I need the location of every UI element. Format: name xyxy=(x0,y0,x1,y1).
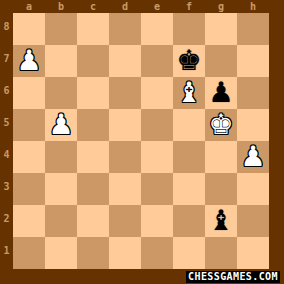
square-e3 xyxy=(141,173,173,205)
square-c3 xyxy=(77,173,109,205)
square-g4 xyxy=(205,141,237,173)
square-c5 xyxy=(77,109,109,141)
square-b1 xyxy=(45,237,77,269)
rank-labels: 87654321 xyxy=(0,13,13,269)
square-b6 xyxy=(45,77,77,109)
board: ♟♚♝♟♟♚♟♝ xyxy=(13,13,269,269)
square-h8 xyxy=(237,13,269,45)
square-e6 xyxy=(141,77,173,109)
rank-label-6: 6 xyxy=(0,77,13,109)
square-g3 xyxy=(205,173,237,205)
square-a7: ♟ xyxy=(13,45,45,77)
square-h7 xyxy=(237,45,269,77)
square-b5: ♟ xyxy=(45,109,77,141)
square-h1 xyxy=(237,237,269,269)
square-c2 xyxy=(77,205,109,237)
square-a1 xyxy=(13,237,45,269)
square-d8 xyxy=(109,13,141,45)
square-c7 xyxy=(77,45,109,77)
rank-label-3: 3 xyxy=(0,173,13,205)
file-label-a: a xyxy=(13,0,45,13)
square-c4 xyxy=(77,141,109,173)
file-label-f: f xyxy=(173,0,205,13)
square-h5 xyxy=(237,109,269,141)
black-king-f7: ♚ xyxy=(176,45,201,77)
rank-label-7: 7 xyxy=(0,45,13,77)
square-b4 xyxy=(45,141,77,173)
square-e4 xyxy=(141,141,173,173)
square-d4 xyxy=(109,141,141,173)
square-e8 xyxy=(141,13,173,45)
square-f8 xyxy=(173,13,205,45)
square-a2 xyxy=(13,205,45,237)
square-f1 xyxy=(173,237,205,269)
white-pawn-h4: ♟ xyxy=(240,141,265,173)
square-f2 xyxy=(173,205,205,237)
rank-label-4: 4 xyxy=(0,141,13,173)
square-e5 xyxy=(141,109,173,141)
square-c8 xyxy=(77,13,109,45)
square-d5 xyxy=(109,109,141,141)
file-label-b: b xyxy=(45,0,77,13)
rank-label-5: 5 xyxy=(0,109,13,141)
square-e1 xyxy=(141,237,173,269)
chessgames-label: CHESSGAMES.COM xyxy=(188,271,278,283)
white-pawn-b5: ♟ xyxy=(48,109,73,141)
square-c6 xyxy=(77,77,109,109)
square-f6: ♝ xyxy=(173,77,205,109)
file-label-e: e xyxy=(141,0,173,13)
square-c1 xyxy=(77,237,109,269)
black-pawn-g6: ♟ xyxy=(208,77,233,109)
square-h2 xyxy=(237,205,269,237)
square-a6 xyxy=(13,77,45,109)
square-f7: ♚ xyxy=(173,45,205,77)
file-label-g: g xyxy=(205,0,237,13)
square-e7 xyxy=(141,45,173,77)
square-g7 xyxy=(205,45,237,77)
white-king-g5: ♚ xyxy=(208,109,233,141)
rank-label-2: 2 xyxy=(0,205,13,237)
square-d7 xyxy=(109,45,141,77)
square-g2: ♝ xyxy=(205,205,237,237)
white-bishop-f6: ♝ xyxy=(176,77,201,109)
square-f5 xyxy=(173,109,205,141)
square-a5 xyxy=(13,109,45,141)
square-b2 xyxy=(45,205,77,237)
square-a3 xyxy=(13,173,45,205)
white-pawn-a7: ♟ xyxy=(16,45,41,77)
square-g1 xyxy=(205,237,237,269)
square-h3 xyxy=(237,173,269,205)
square-f4 xyxy=(173,141,205,173)
square-h4: ♟ xyxy=(237,141,269,173)
square-g5: ♚ xyxy=(205,109,237,141)
chess-board-diagram: abcdefgh 87654321 ♟♚♝♟♟♚♟♝ CHESSGAMES.CO… xyxy=(0,0,284,284)
file-label-d: d xyxy=(109,0,141,13)
square-d2 xyxy=(109,205,141,237)
file-labels: abcdefgh xyxy=(13,0,269,13)
square-g6: ♟ xyxy=(205,77,237,109)
square-d1 xyxy=(109,237,141,269)
chessgames-watermark: CHESSGAMES.COM xyxy=(186,271,280,283)
rank-label-1: 1 xyxy=(0,237,13,269)
rank-label-8: 8 xyxy=(0,13,13,45)
square-d3 xyxy=(109,173,141,205)
square-e2 xyxy=(141,205,173,237)
square-f3 xyxy=(173,173,205,205)
square-d6 xyxy=(109,77,141,109)
square-g8 xyxy=(205,13,237,45)
file-label-h: h xyxy=(237,0,269,13)
black-bishop-g2: ♝ xyxy=(208,205,233,237)
file-label-c: c xyxy=(77,0,109,13)
square-a8 xyxy=(13,13,45,45)
square-b8 xyxy=(45,13,77,45)
square-b7 xyxy=(45,45,77,77)
square-b3 xyxy=(45,173,77,205)
square-a4 xyxy=(13,141,45,173)
square-h6 xyxy=(237,77,269,109)
